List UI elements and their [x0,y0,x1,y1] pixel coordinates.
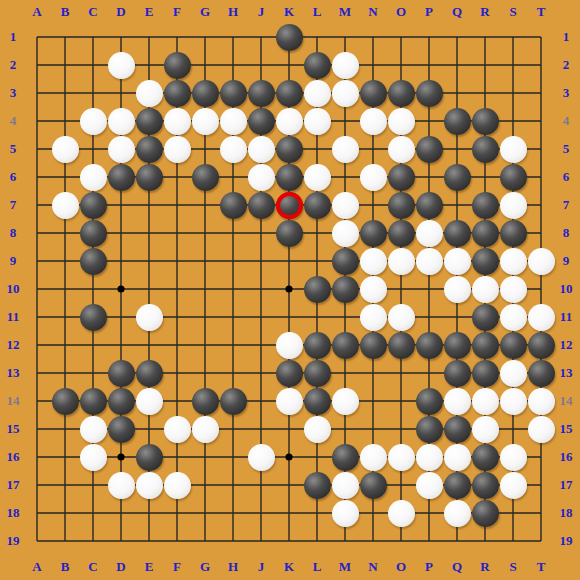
black-stone [80,192,107,219]
black-stone [192,388,219,415]
white-stone [108,52,135,79]
row-label: 19 [0,533,27,549]
go-app-window: AA11BB22CC33DD44EE55FF66GG77HH88JJ99KK10… [0,0,580,580]
row-label: 17 [0,477,27,493]
column-label: K [275,4,303,20]
black-stone [220,80,247,107]
black-stone [444,108,471,135]
white-stone [80,108,107,135]
row-label: 1 [0,29,27,45]
white-stone [388,444,415,471]
black-stone [304,472,331,499]
column-label: T [527,4,555,20]
white-stone [360,304,387,331]
column-label: G [191,559,219,575]
white-stone [360,248,387,275]
black-stone [416,136,443,163]
white-stone [500,360,527,387]
star-point [285,453,292,460]
white-stone [388,136,415,163]
black-stone [472,108,499,135]
white-stone [108,472,135,499]
row-label: 12 [0,337,27,353]
black-stone [416,192,443,219]
white-stone [528,304,555,331]
white-stone [136,388,163,415]
white-stone [192,416,219,443]
white-stone [388,304,415,331]
row-label: 10 [552,281,580,297]
white-stone [472,416,499,443]
row-label: 5 [0,141,27,157]
white-stone [332,472,359,499]
row-label: 2 [552,57,580,73]
row-label: 15 [0,421,27,437]
black-stone [164,52,191,79]
black-stone [472,248,499,275]
white-stone [444,388,471,415]
black-stone [248,80,275,107]
white-stone [360,276,387,303]
white-stone [416,472,443,499]
column-label: L [303,4,331,20]
white-stone [360,164,387,191]
black-stone [416,332,443,359]
column-label: A [23,559,51,575]
column-label: D [107,4,135,20]
column-label: F [163,559,191,575]
white-stone [136,304,163,331]
column-label: R [471,559,499,575]
white-stone [304,416,331,443]
column-label: O [387,4,415,20]
black-stone [276,80,303,107]
white-stone [304,164,331,191]
white-stone [500,444,527,471]
white-stone [500,248,527,275]
row-label: 14 [0,393,27,409]
black-stone [444,472,471,499]
white-stone [500,136,527,163]
row-label: 4 [0,113,27,129]
white-stone [388,500,415,527]
column-label: Q [443,559,471,575]
black-stone [276,220,303,247]
white-stone [164,472,191,499]
white-stone [360,444,387,471]
row-label: 11 [552,309,580,325]
black-stone [444,360,471,387]
black-stone [52,388,79,415]
row-label: 14 [552,393,580,409]
row-label: 7 [552,197,580,213]
black-stone [304,276,331,303]
row-label: 3 [0,85,27,101]
star-point [285,285,292,292]
column-label: B [51,4,79,20]
black-stone [108,416,135,443]
white-stone [332,388,359,415]
black-stone [80,248,107,275]
column-label: K [275,559,303,575]
black-stone [304,52,331,79]
black-stone [248,192,275,219]
black-stone [416,80,443,107]
white-stone [164,108,191,135]
black-stone [472,332,499,359]
white-stone [472,388,499,415]
white-stone [444,500,471,527]
row-label: 13 [0,365,27,381]
black-stone [472,192,499,219]
black-stone [80,388,107,415]
column-label: D [107,559,135,575]
black-stone [360,332,387,359]
black-stone [276,24,303,51]
white-stone [108,136,135,163]
star-point [117,453,124,460]
black-stone [388,220,415,247]
black-stone [416,416,443,443]
column-label: O [387,559,415,575]
white-stone [416,248,443,275]
black-stone [472,444,499,471]
black-stone [444,220,471,247]
white-stone [80,416,107,443]
white-stone [248,444,275,471]
column-label: N [359,559,387,575]
white-stone [528,248,555,275]
white-stone [444,276,471,303]
black-stone [332,248,359,275]
column-label: N [359,4,387,20]
white-stone [444,444,471,471]
white-stone [276,332,303,359]
black-stone [472,472,499,499]
white-stone [136,472,163,499]
column-label: J [247,4,275,20]
black-stone [444,416,471,443]
column-label: H [219,559,247,575]
black-stone [192,80,219,107]
black-stone [304,360,331,387]
column-label: P [415,4,443,20]
row-label: 15 [552,421,580,437]
black-stone [136,164,163,191]
row-label: 7 [0,197,27,213]
white-stone [192,108,219,135]
white-stone [248,136,275,163]
column-label: F [163,4,191,20]
black-stone [388,192,415,219]
row-label: 18 [552,505,580,521]
row-label: 8 [552,225,580,241]
row-label: 9 [0,253,27,269]
row-label: 5 [552,141,580,157]
black-stone [500,220,527,247]
white-stone [528,388,555,415]
white-stone [220,108,247,135]
row-label: 6 [552,169,580,185]
row-label: 2 [0,57,27,73]
white-stone [500,472,527,499]
white-stone [332,136,359,163]
black-stone [444,332,471,359]
black-stone [388,80,415,107]
black-stone [360,472,387,499]
white-stone [500,388,527,415]
white-stone [332,52,359,79]
column-label: L [303,559,331,575]
white-stone [388,248,415,275]
black-stone [332,444,359,471]
black-stone [416,388,443,415]
row-label: 16 [552,449,580,465]
black-stone [80,220,107,247]
row-label: 9 [552,253,580,269]
white-stone [332,80,359,107]
white-stone [416,220,443,247]
black-stone [248,108,275,135]
column-label: C [79,4,107,20]
black-stone [164,80,191,107]
white-stone [528,416,555,443]
black-stone [500,164,527,191]
black-stone [472,136,499,163]
column-label: Q [443,4,471,20]
white-stone [500,276,527,303]
row-label: 1 [552,29,580,45]
row-label: 3 [552,85,580,101]
black-stone [108,360,135,387]
white-stone [500,192,527,219]
last-move-marker [276,192,303,219]
row-label: 11 [0,309,27,325]
black-stone [304,332,331,359]
black-stone [444,164,471,191]
black-stone [500,332,527,359]
black-stone [136,136,163,163]
white-stone [304,80,331,107]
white-stone [220,136,247,163]
black-stone [220,192,247,219]
black-stone [276,164,303,191]
black-stone [332,276,359,303]
row-label: 6 [0,169,27,185]
column-label: G [191,4,219,20]
white-stone [108,108,135,135]
black-stone [472,360,499,387]
white-stone [500,304,527,331]
white-stone [52,136,79,163]
column-label: H [219,4,247,20]
white-stone [164,416,191,443]
row-label: 8 [0,225,27,241]
black-stone [136,360,163,387]
black-stone [472,500,499,527]
black-stone [276,360,303,387]
column-label: J [247,559,275,575]
black-stone [108,388,135,415]
column-label: R [471,4,499,20]
black-stone [528,332,555,359]
row-label: 16 [0,449,27,465]
white-stone [164,136,191,163]
column-label: A [23,4,51,20]
column-label: S [499,4,527,20]
white-stone [444,248,471,275]
white-stone [136,80,163,107]
black-stone [276,136,303,163]
row-label: 18 [0,505,27,521]
black-stone [136,108,163,135]
star-point [117,285,124,292]
row-label: 12 [552,337,580,353]
white-stone [248,164,275,191]
go-board[interactable] [23,23,555,555]
white-stone [52,192,79,219]
black-stone [304,192,331,219]
column-label: E [135,4,163,20]
white-stone [80,444,107,471]
white-stone [360,108,387,135]
black-stone [360,220,387,247]
row-label: 4 [552,113,580,129]
black-stone [388,332,415,359]
white-stone [416,444,443,471]
black-stone [192,164,219,191]
row-label: 10 [0,281,27,297]
white-stone [304,108,331,135]
black-stone [472,304,499,331]
column-label: T [527,559,555,575]
black-stone [136,444,163,471]
white-stone [332,500,359,527]
black-stone [528,360,555,387]
white-stone [276,388,303,415]
white-stone [332,220,359,247]
column-label: C [79,559,107,575]
black-stone [360,80,387,107]
white-stone [276,108,303,135]
black-stone [332,332,359,359]
black-stone [220,388,247,415]
black-stone [304,388,331,415]
black-stone [388,164,415,191]
column-label: B [51,559,79,575]
black-stone [108,164,135,191]
white-stone [80,164,107,191]
white-stone [472,276,499,303]
column-label: M [331,559,359,575]
column-label: M [331,4,359,20]
column-label: S [499,559,527,575]
white-stone [332,192,359,219]
row-label: 13 [552,365,580,381]
row-label: 17 [552,477,580,493]
row-label: 19 [552,533,580,549]
black-stone [80,304,107,331]
black-stone [472,220,499,247]
white-stone [388,108,415,135]
column-label: E [135,559,163,575]
column-label: P [415,559,443,575]
